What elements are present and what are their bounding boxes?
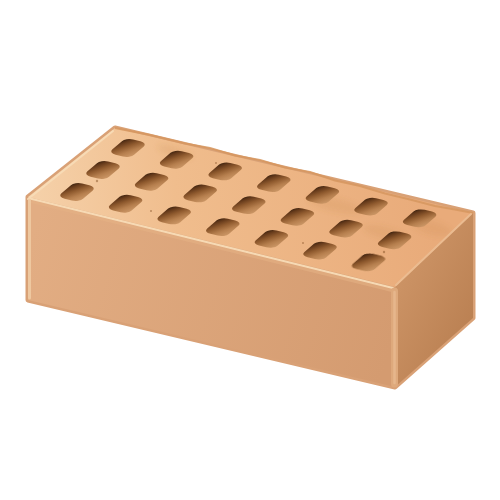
product-photo-canvas xyxy=(0,0,500,500)
clay-speck xyxy=(302,242,304,244)
clay-speck xyxy=(96,180,98,182)
perforated-brick-photo xyxy=(0,0,500,500)
clay-speck xyxy=(383,251,385,253)
clay-speck xyxy=(215,162,217,164)
brick-illustration xyxy=(0,0,500,500)
clay-speck xyxy=(150,210,152,212)
